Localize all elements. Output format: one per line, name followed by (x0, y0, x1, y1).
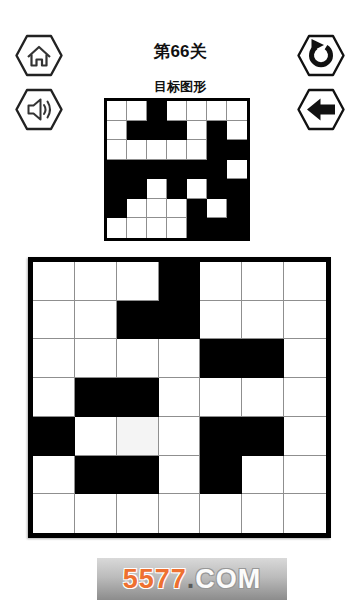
target-cell (187, 179, 207, 199)
board-cell[interactable] (75, 494, 117, 533)
board-cell[interactable] (200, 301, 242, 340)
board-cell[interactable] (117, 262, 159, 301)
board-cell[interactable] (200, 378, 242, 417)
target-cell (107, 101, 127, 121)
board-cell[interactable] (33, 417, 75, 456)
board-cell[interactable] (117, 417, 159, 456)
target-cell (227, 218, 247, 238)
target-cell (227, 101, 247, 121)
target-cell (187, 140, 207, 160)
target-cell (127, 179, 147, 199)
target-cell (187, 101, 207, 121)
target-cell (127, 199, 147, 219)
board-cell[interactable] (75, 301, 117, 340)
board-cell[interactable] (75, 378, 117, 417)
board-cell[interactable] (75, 339, 117, 378)
target-cell (227, 199, 247, 219)
board-cell[interactable] (284, 339, 326, 378)
board-cell[interactable] (159, 339, 201, 378)
target-cell (187, 218, 207, 238)
target-cell (147, 121, 167, 141)
target-cell (167, 140, 187, 160)
board-cell[interactable] (159, 262, 201, 301)
board-cell[interactable] (284, 456, 326, 495)
board-cell[interactable] (159, 301, 201, 340)
target-cell (147, 160, 167, 180)
board-cell[interactable] (117, 456, 159, 495)
board-cell[interactable] (284, 262, 326, 301)
target-cell (167, 121, 187, 141)
watermark-tld-text: COM (195, 564, 261, 595)
target-cell (107, 140, 127, 160)
target-figure-grid (104, 98, 250, 241)
board-cell[interactable] (242, 301, 284, 340)
target-cell (207, 199, 227, 219)
board-cell[interactable] (284, 417, 326, 456)
board-cell[interactable] (200, 456, 242, 495)
target-cell (107, 179, 127, 199)
board-cell[interactable] (242, 456, 284, 495)
target-cell (127, 101, 147, 121)
target-cell (227, 160, 247, 180)
board-cell[interactable] (284, 301, 326, 340)
target-cell (127, 160, 147, 180)
target-cell (127, 218, 147, 238)
board-cell[interactable] (75, 417, 117, 456)
game-screen: 第66关 目标图形 5577 . COM (0, 0, 360, 600)
board-cell[interactable] (117, 378, 159, 417)
board-cell[interactable] (242, 378, 284, 417)
board-cell[interactable] (284, 378, 326, 417)
watermark-dot: . (187, 564, 196, 595)
board-cell[interactable] (159, 494, 201, 533)
board-cell[interactable] (200, 494, 242, 533)
play-board-grid[interactable] (28, 257, 331, 538)
board-cell[interactable] (33, 456, 75, 495)
board-cell[interactable] (242, 262, 284, 301)
board-cell[interactable] (242, 339, 284, 378)
board-cell[interactable] (117, 494, 159, 533)
target-cell (107, 121, 127, 141)
target-cell (127, 121, 147, 141)
board-cell[interactable] (33, 262, 75, 301)
target-cell (127, 140, 147, 160)
target-cell (107, 199, 127, 219)
target-cell (207, 179, 227, 199)
board-cell[interactable] (284, 494, 326, 533)
watermark-badge: 5577 . COM (97, 558, 287, 600)
target-cell (167, 218, 187, 238)
board-cell[interactable] (75, 456, 117, 495)
target-cell (147, 140, 167, 160)
target-cell (207, 121, 227, 141)
target-cell (167, 101, 187, 121)
watermark-site-text: 5577 (123, 564, 187, 595)
target-cell (147, 179, 167, 199)
target-cell (147, 218, 167, 238)
target-cell (187, 160, 207, 180)
board-cell[interactable] (200, 262, 242, 301)
target-cell (227, 121, 247, 141)
target-cell (167, 160, 187, 180)
board-cell[interactable] (33, 339, 75, 378)
target-cell (227, 140, 247, 160)
target-cell (107, 160, 127, 180)
board-cell[interactable] (33, 494, 75, 533)
target-cell (167, 199, 187, 219)
target-cell (227, 179, 247, 199)
board-cell[interactable] (242, 417, 284, 456)
board-cell[interactable] (117, 301, 159, 340)
target-cell (207, 160, 227, 180)
target-cell (207, 101, 227, 121)
board-cell[interactable] (200, 417, 242, 456)
board-cell[interactable] (159, 378, 201, 417)
target-cell (147, 199, 167, 219)
target-cell (187, 199, 207, 219)
target-cell (167, 179, 187, 199)
board-cell[interactable] (33, 378, 75, 417)
target-figure-label: 目标图形 (0, 78, 360, 96)
board-cell[interactable] (117, 339, 159, 378)
target-cell (207, 218, 227, 238)
target-cell (147, 101, 167, 121)
target-cell (207, 140, 227, 160)
board-cell[interactable] (200, 339, 242, 378)
board-cell[interactable] (33, 301, 75, 340)
board-cell[interactable] (242, 494, 284, 533)
target-cell (187, 121, 207, 141)
board-cell[interactable] (159, 456, 201, 495)
target-cell (107, 218, 127, 238)
board-cell[interactable] (159, 417, 201, 456)
level-title: 第66关 (0, 40, 360, 63)
board-cell[interactable] (75, 262, 117, 301)
